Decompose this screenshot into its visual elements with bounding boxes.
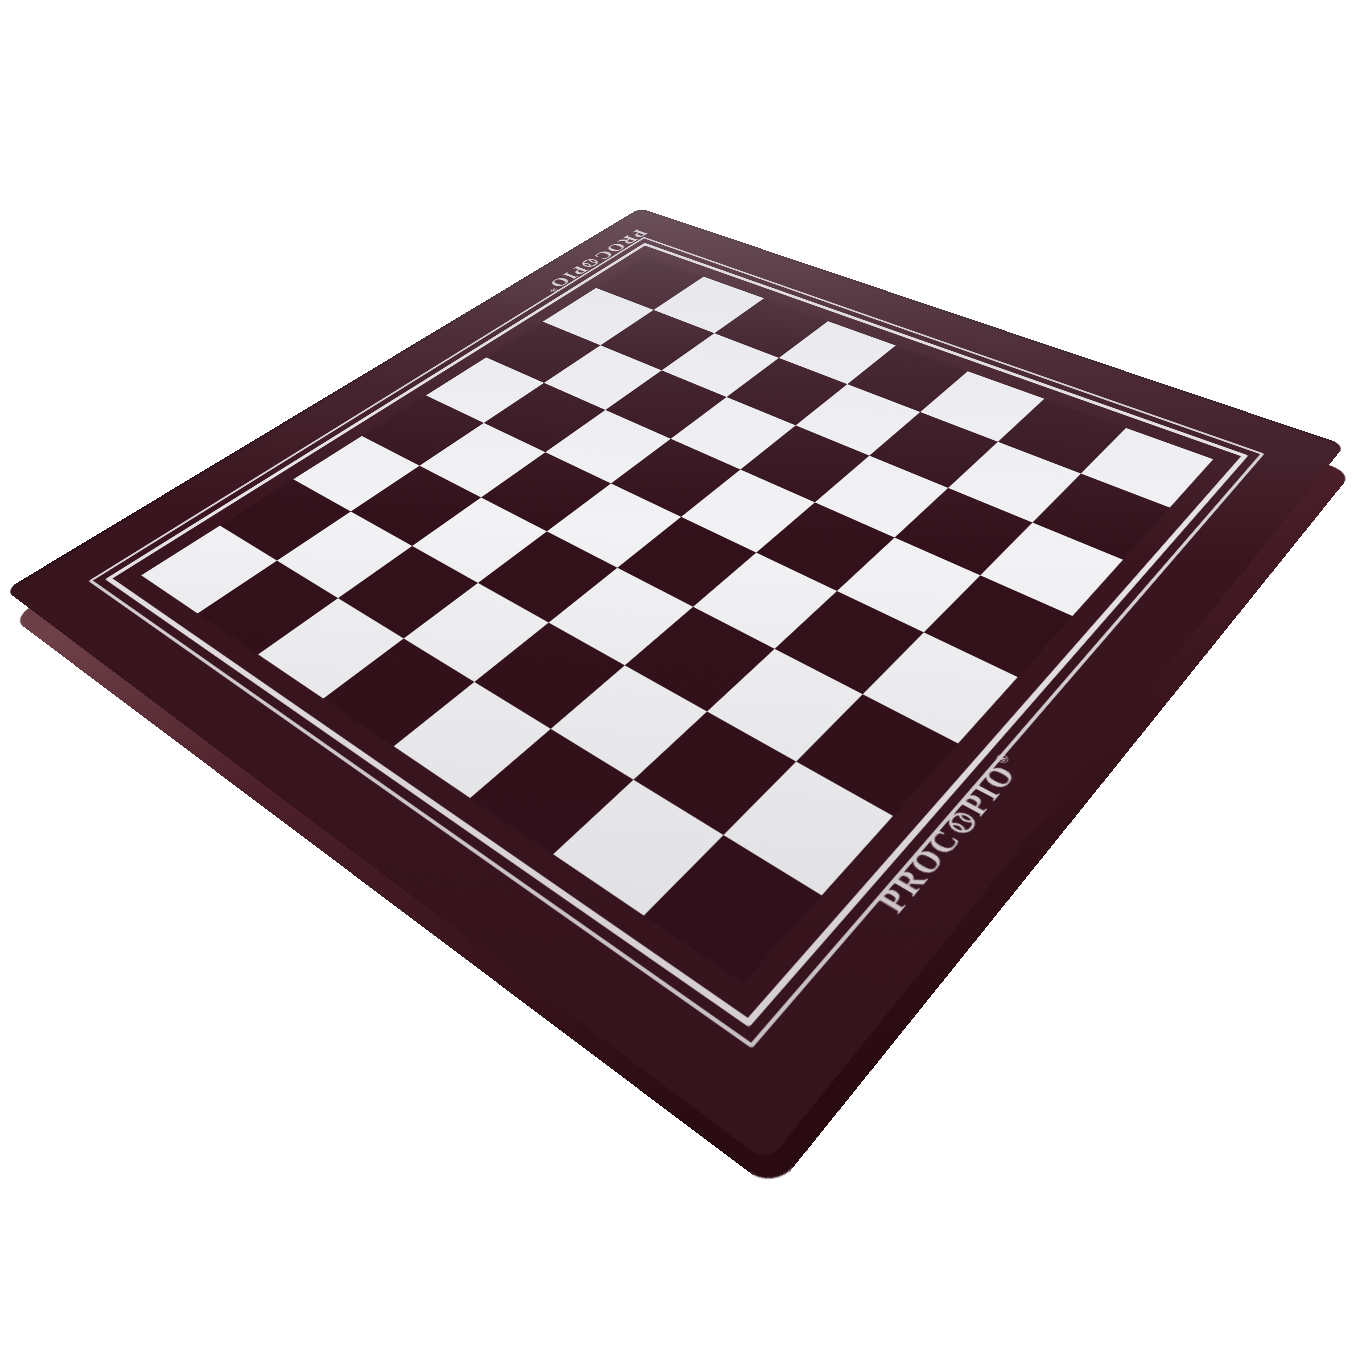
- brand-text-prefix: PROC: [869, 822, 971, 919]
- product-photo-stage: PROCPIO® PROCPIO®: [0, 0, 1366, 1366]
- board-grid: [141, 256, 1213, 983]
- chessboard: PROCPIO® PROCPIO®: [5, 208, 1345, 1163]
